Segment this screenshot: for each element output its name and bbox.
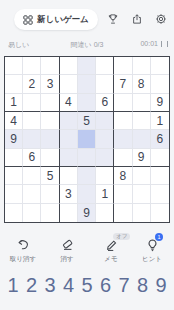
sudoku-board: 23781469451966958319 xyxy=(4,56,170,223)
new-game-label: 新しいゲーム xyxy=(37,14,89,26)
cell-r9c2[interactable] xyxy=(23,204,41,222)
numpad-1[interactable]: 1 xyxy=(4,273,22,297)
cell-r2c5[interactable] xyxy=(78,75,96,93)
cell-r3c4[interactable]: 4 xyxy=(60,94,78,112)
cell-r9c9[interactable] xyxy=(151,204,169,222)
cell-r8c4[interactable]: 3 xyxy=(60,185,78,203)
cell-r6c3[interactable] xyxy=(41,149,59,167)
settings-icon[interactable] xyxy=(154,12,167,25)
eraser-icon xyxy=(58,236,76,253)
cell-r6c2[interactable]: 6 xyxy=(23,149,41,167)
cell-r1c7[interactable] xyxy=(114,57,132,75)
cell-r2c1[interactable] xyxy=(5,75,23,93)
hint-button[interactable]: 1 ヒント xyxy=(130,236,174,264)
numpad-3[interactable]: 3 xyxy=(41,273,59,297)
cell-r6c7[interactable] xyxy=(114,149,132,167)
cell-r1c6[interactable] xyxy=(96,57,114,75)
cell-r7c3[interactable]: 5 xyxy=(41,167,59,185)
cell-r1c3[interactable] xyxy=(41,57,59,75)
cell-r3c2[interactable] xyxy=(23,94,41,112)
status-row: 易しい 間違い 0/3 00:01 xyxy=(0,40,174,52)
header: 新しいゲーム xyxy=(0,0,174,36)
cell-r6c5[interactable] xyxy=(78,149,96,167)
share-icon[interactable] xyxy=(130,12,143,25)
erase-label: 消す xyxy=(60,255,73,264)
cell-r7c2[interactable] xyxy=(23,167,41,185)
cell-r4c6[interactable] xyxy=(96,112,114,130)
memo-off-badge: オフ xyxy=(113,233,130,240)
cell-r9c6[interactable] xyxy=(96,204,114,222)
lightbulb-icon: 1 xyxy=(143,236,161,253)
cell-r3c8[interactable] xyxy=(133,94,151,112)
cell-r7c1[interactable] xyxy=(5,167,23,185)
cell-r5c3[interactable] xyxy=(41,130,59,148)
pencil-icon: オフ xyxy=(102,236,120,253)
cell-r9c4[interactable] xyxy=(60,204,78,222)
cell-r6c8[interactable]: 9 xyxy=(133,149,151,167)
numpad-8[interactable]: 8 xyxy=(134,273,152,297)
cell-r8c7[interactable] xyxy=(114,185,132,203)
cell-r7c6[interactable] xyxy=(96,167,114,185)
cell-r2c2[interactable]: 2 xyxy=(23,75,41,93)
cell-r5c1[interactable]: 9 xyxy=(5,130,23,148)
cell-r2c6[interactable] xyxy=(96,75,114,93)
cell-r5c5[interactable] xyxy=(78,130,96,148)
cell-r4c9[interactable]: 1 xyxy=(151,112,169,130)
cell-r9c1[interactable] xyxy=(5,204,23,222)
cell-r8c6[interactable]: 1 xyxy=(96,185,114,203)
memo-label: メモ xyxy=(104,255,117,264)
cell-r9c5[interactable]: 9 xyxy=(78,204,96,222)
cell-r1c9[interactable] xyxy=(151,57,169,75)
cell-r9c7[interactable] xyxy=(114,204,132,222)
hint-count-badge: 1 xyxy=(155,233,163,241)
cell-r7c9[interactable] xyxy=(151,167,169,185)
cell-r8c8[interactable] xyxy=(133,185,151,203)
cell-r4c5[interactable]: 5 xyxy=(78,112,96,130)
memo-button[interactable]: オフ メモ xyxy=(89,236,133,264)
grid-icon xyxy=(23,15,33,25)
cell-r8c1[interactable] xyxy=(5,185,23,203)
cell-r7c8[interactable] xyxy=(133,167,151,185)
cell-r2c3[interactable]: 3 xyxy=(41,75,59,93)
cell-r3c9[interactable]: 9 xyxy=(151,94,169,112)
trophy-icon[interactable] xyxy=(106,12,119,25)
cell-r1c8[interactable] xyxy=(133,57,151,75)
toolbar: 取り消す 消す オフ メモ 1 ヒント xyxy=(0,236,174,268)
cell-r3c1[interactable]: 1 xyxy=(5,94,23,112)
cell-r2c9[interactable] xyxy=(151,75,169,93)
cell-r5c6[interactable] xyxy=(96,130,114,148)
cell-r5c7[interactable] xyxy=(114,130,132,148)
cell-r4c2[interactable] xyxy=(23,112,41,130)
cell-r3c5[interactable] xyxy=(78,94,96,112)
numpad-7[interactable]: 7 xyxy=(115,273,133,297)
cell-r4c3[interactable] xyxy=(41,112,59,130)
undo-label: 取り消す xyxy=(10,255,36,264)
number-pad: 123456789 xyxy=(4,273,170,297)
cell-r6c6[interactable] xyxy=(96,149,114,167)
cell-r1c2[interactable] xyxy=(23,57,41,75)
cell-r2c8[interactable]: 8 xyxy=(133,75,151,93)
cell-r8c2[interactable] xyxy=(23,185,41,203)
cell-r6c1[interactable] xyxy=(5,149,23,167)
numpad-9[interactable]: 9 xyxy=(152,273,170,297)
cell-r4c4[interactable] xyxy=(60,112,78,130)
cell-r6c4[interactable] xyxy=(60,149,78,167)
cell-r9c3[interactable] xyxy=(41,204,59,222)
cell-r1c1[interactable] xyxy=(5,57,23,75)
cell-r5c8[interactable] xyxy=(133,130,151,148)
cell-r9c8[interactable] xyxy=(133,204,151,222)
cell-r7c5[interactable] xyxy=(78,167,96,185)
cell-r7c4[interactable] xyxy=(60,167,78,185)
new-game-button[interactable]: 新しいゲーム xyxy=(14,9,98,30)
cell-r4c1[interactable]: 4 xyxy=(5,112,23,130)
undo-icon xyxy=(14,236,32,253)
erase-button[interactable]: 消す xyxy=(45,236,89,264)
cell-r1c4[interactable] xyxy=(60,57,78,75)
numpad-2[interactable]: 2 xyxy=(23,273,41,297)
cell-r6c9[interactable] xyxy=(151,149,169,167)
timer: 00:01 xyxy=(140,40,158,47)
cell-r5c4[interactable] xyxy=(60,130,78,148)
cell-r3c3[interactable] xyxy=(41,94,59,112)
numpad-5[interactable]: 5 xyxy=(78,273,96,297)
cell-r7c7[interactable]: 8 xyxy=(114,167,132,185)
numpad-6[interactable]: 6 xyxy=(97,273,115,297)
cell-r4c7[interactable] xyxy=(114,112,132,130)
cell-r3c6[interactable]: 6 xyxy=(96,94,114,112)
cell-r8c9[interactable] xyxy=(151,185,169,203)
cell-r8c3[interactable] xyxy=(41,185,59,203)
cell-r8c5[interactable] xyxy=(78,185,96,203)
undo-button[interactable]: 取り消す xyxy=(1,236,45,264)
cell-r1c5[interactable] xyxy=(78,57,96,75)
cell-r5c9[interactable]: 6 xyxy=(151,130,169,148)
cell-r3c7[interactable] xyxy=(114,94,132,112)
cell-r2c4[interactable] xyxy=(60,75,78,93)
numpad-4[interactable]: 4 xyxy=(60,273,78,297)
cell-r5c2[interactable] xyxy=(23,130,41,148)
hint-label: ヒント xyxy=(142,255,162,264)
cell-r2c7[interactable]: 7 xyxy=(114,75,132,93)
pause-icon[interactable] xyxy=(161,41,168,47)
cell-r4c8[interactable] xyxy=(133,112,151,130)
